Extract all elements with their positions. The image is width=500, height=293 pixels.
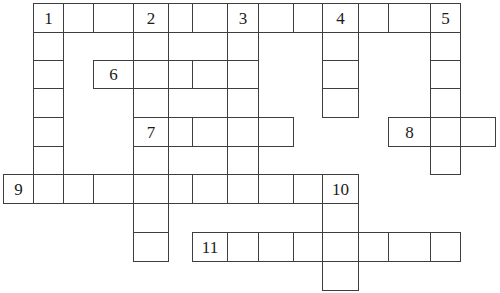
cell-r1c7[interactable]: [227, 32, 259, 61]
cell-r1c13[interactable]: [430, 32, 461, 61]
clue-number-8: 8: [405, 124, 414, 141]
cell-r2c6[interactable]: [192, 60, 228, 89]
cell-r8c11[interactable]: [358, 232, 389, 262]
cell-r5c13[interactable]: [430, 146, 461, 175]
cell-r2c5[interactable]: [168, 60, 193, 89]
cell-r0c11[interactable]: [358, 3, 389, 33]
cell-r0c1[interactable]: 1: [33, 3, 64, 33]
cell-r4c8[interactable]: [258, 117, 294, 147]
cell-r0c12[interactable]: [388, 3, 431, 33]
cell-r6c3[interactable]: [93, 174, 134, 204]
cell-r3c10[interactable]: [322, 88, 359, 118]
cell-r0c8[interactable]: [258, 3, 294, 33]
cell-r4c14[interactable]: [460, 117, 496, 147]
cell-r0c7[interactable]: 3: [227, 3, 259, 33]
cell-r6c0[interactable]: 9: [3, 174, 34, 204]
cell-r2c13[interactable]: [430, 60, 461, 89]
clue-number-7: 7: [147, 124, 156, 141]
cell-r3c7[interactable]: [227, 88, 259, 118]
cell-r7c4[interactable]: [133, 203, 169, 233]
cell-r8c9[interactable]: [293, 232, 323, 262]
cell-r2c10[interactable]: [322, 60, 359, 89]
cell-r8c6[interactable]: 11: [192, 232, 228, 262]
cell-r8c13[interactable]: [430, 232, 461, 262]
clue-number-1: 1: [44, 10, 53, 27]
cell-r9c10[interactable]: [322, 261, 359, 291]
cell-r0c4[interactable]: 2: [133, 3, 169, 33]
cell-r4c7[interactable]: [227, 117, 259, 147]
cell-r6c10[interactable]: 10: [322, 174, 359, 204]
crossword-grid: 1234567891011: [0, 0, 500, 293]
cell-r8c10[interactable]: [322, 232, 359, 262]
cell-r5c7[interactable]: [227, 146, 259, 175]
clue-number-3: 3: [239, 10, 248, 27]
cell-r0c5[interactable]: [168, 3, 193, 33]
cell-r2c1[interactable]: [33, 60, 64, 89]
cell-r8c4[interactable]: [133, 232, 169, 262]
cell-r8c7[interactable]: [227, 232, 259, 262]
clue-number-2: 2: [147, 10, 156, 27]
cell-r6c1[interactable]: [33, 174, 64, 204]
clue-number-10: 10: [332, 181, 349, 198]
clue-number-9: 9: [14, 181, 23, 198]
cell-r1c10[interactable]: [322, 32, 359, 61]
cell-r4c1[interactable]: [33, 117, 64, 147]
cell-r3c1[interactable]: [33, 88, 64, 118]
cell-r8c8[interactable]: [258, 232, 294, 262]
cell-r5c1[interactable]: [33, 146, 64, 175]
cell-r2c7[interactable]: [227, 60, 259, 89]
cell-r6c8[interactable]: [258, 174, 294, 204]
clue-number-5: 5: [441, 10, 450, 27]
cell-r0c13[interactable]: 5: [430, 3, 461, 33]
cell-r0c10[interactable]: 4: [322, 3, 359, 33]
cell-r6c4[interactable]: [133, 174, 169, 204]
cell-r6c9[interactable]: [293, 174, 323, 204]
cell-r6c6[interactable]: [192, 174, 228, 204]
cell-r4c5[interactable]: [168, 117, 193, 147]
cell-r0c6[interactable]: [192, 3, 228, 33]
cell-r6c5[interactable]: [168, 174, 193, 204]
cell-r2c3[interactable]: 6: [93, 60, 134, 89]
clue-number-6: 6: [109, 66, 118, 83]
clue-number-4: 4: [336, 10, 345, 27]
cell-r6c7[interactable]: [227, 174, 259, 204]
cell-r5c4[interactable]: [133, 146, 169, 175]
cell-r1c4[interactable]: [133, 32, 169, 61]
cell-r8c12[interactable]: [388, 232, 431, 262]
cell-r0c2[interactable]: [63, 3, 94, 33]
cell-r4c4[interactable]: 7: [133, 117, 169, 147]
cell-r3c13[interactable]: [430, 88, 461, 118]
cell-r3c4[interactable]: [133, 88, 169, 118]
cell-r1c1[interactable]: [33, 32, 64, 61]
cell-r4c13[interactable]: [430, 117, 461, 147]
clue-number-11: 11: [202, 239, 218, 256]
cell-r7c10[interactable]: [322, 203, 359, 233]
cell-r2c4[interactable]: [133, 60, 169, 89]
cell-r6c2[interactable]: [63, 174, 94, 204]
cell-r0c3[interactable]: [93, 3, 134, 33]
cell-r4c12[interactable]: 8: [388, 117, 431, 147]
crossword-worksheet: 1234567891011: [0, 0, 500, 293]
cell-r0c9[interactable]: [293, 3, 323, 33]
cell-r4c6[interactable]: [192, 117, 228, 147]
